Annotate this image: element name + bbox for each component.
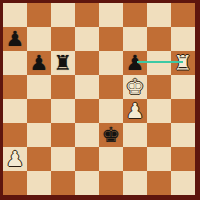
square-h7[interactable]: [171, 27, 195, 51]
square-b2[interactable]: [27, 147, 51, 171]
square-e5[interactable]: [99, 75, 123, 99]
square-a4[interactable]: [3, 99, 27, 123]
piece-black-pawn-f6[interactable]: ♟: [126, 51, 145, 75]
square-a3[interactable]: [3, 123, 27, 147]
piece-white-pawn-a2[interactable]: ♟: [6, 147, 25, 171]
square-f5[interactable]: ♚: [123, 75, 147, 99]
square-g3[interactable]: [147, 123, 171, 147]
square-b5[interactable]: [27, 75, 51, 99]
square-e3[interactable]: ♚: [99, 123, 123, 147]
square-g5[interactable]: [147, 75, 171, 99]
square-c2[interactable]: [51, 147, 75, 171]
square-b4[interactable]: [27, 99, 51, 123]
chessboard-frame: ♟♟♜♟♜♚♟♚♟: [0, 0, 200, 200]
square-d5[interactable]: [75, 75, 99, 99]
piece-white-pawn-f4[interactable]: ♟: [126, 99, 145, 123]
square-a8[interactable]: [3, 3, 27, 27]
square-a6[interactable]: [3, 51, 27, 75]
square-g2[interactable]: [147, 147, 171, 171]
square-c5[interactable]: [51, 75, 75, 99]
square-a5[interactable]: [3, 75, 27, 99]
square-f3[interactable]: [123, 123, 147, 147]
square-b8[interactable]: [27, 3, 51, 27]
square-c7[interactable]: [51, 27, 75, 51]
square-d1[interactable]: [75, 171, 99, 195]
square-b1[interactable]: [27, 171, 51, 195]
square-c4[interactable]: [51, 99, 75, 123]
square-b3[interactable]: [27, 123, 51, 147]
square-h4[interactable]: [171, 99, 195, 123]
square-h8[interactable]: [171, 3, 195, 27]
square-f2[interactable]: [123, 147, 147, 171]
square-f1[interactable]: [123, 171, 147, 195]
square-b6[interactable]: ♟: [27, 51, 51, 75]
square-h5[interactable]: [171, 75, 195, 99]
square-g7[interactable]: [147, 27, 171, 51]
piece-white-rook-h6[interactable]: ♜: [174, 51, 193, 75]
square-b7[interactable]: [27, 27, 51, 51]
square-e1[interactable]: [99, 171, 123, 195]
square-g4[interactable]: [147, 99, 171, 123]
square-d2[interactable]: [75, 147, 99, 171]
square-g6[interactable]: [147, 51, 171, 75]
piece-black-pawn-a7[interactable]: ♟: [6, 27, 25, 51]
square-e2[interactable]: [99, 147, 123, 171]
square-a1[interactable]: [3, 171, 27, 195]
square-h6[interactable]: ♜: [171, 51, 195, 75]
piece-black-pawn-b6[interactable]: ♟: [30, 51, 49, 75]
piece-black-king-e3[interactable]: ♚: [102, 123, 121, 147]
square-d7[interactable]: [75, 27, 99, 51]
square-f6[interactable]: ♟: [123, 51, 147, 75]
square-d4[interactable]: [75, 99, 99, 123]
square-f4[interactable]: ♟: [123, 99, 147, 123]
square-c6[interactable]: ♜: [51, 51, 75, 75]
chessboard[interactable]: ♟♟♜♟♜♚♟♚♟: [3, 3, 195, 195]
square-h1[interactable]: [171, 171, 195, 195]
piece-black-rook-c6[interactable]: ♜: [54, 51, 73, 75]
square-e7[interactable]: [99, 27, 123, 51]
square-d6[interactable]: [75, 51, 99, 75]
square-f8[interactable]: [123, 3, 147, 27]
square-h2[interactable]: [171, 147, 195, 171]
square-e6[interactable]: [99, 51, 123, 75]
square-c3[interactable]: [51, 123, 75, 147]
square-a7[interactable]: ♟: [3, 27, 27, 51]
square-d8[interactable]: [75, 3, 99, 27]
piece-white-king-f5[interactable]: ♚: [126, 75, 145, 99]
square-d3[interactable]: [75, 123, 99, 147]
square-e8[interactable]: [99, 3, 123, 27]
square-c1[interactable]: [51, 171, 75, 195]
square-g8[interactable]: [147, 3, 171, 27]
square-c8[interactable]: [51, 3, 75, 27]
square-e4[interactable]: [99, 99, 123, 123]
square-f7[interactable]: [123, 27, 147, 51]
square-g1[interactable]: [147, 171, 171, 195]
square-a2[interactable]: ♟: [3, 147, 27, 171]
square-h3[interactable]: [171, 123, 195, 147]
